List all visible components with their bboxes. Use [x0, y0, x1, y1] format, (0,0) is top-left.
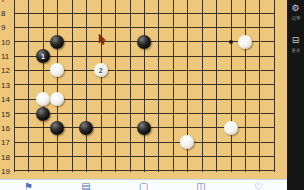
black-stone-6-16	[79, 121, 93, 135]
sidebar-item-more[interactable]: ⊟更多	[291, 35, 301, 53]
white-stone-16-16	[224, 121, 238, 135]
row-label-8: 8	[1, 9, 5, 18]
black-stone-10-10	[137, 35, 151, 49]
white-stone-7-12: 2	[94, 63, 108, 77]
row-label-17: 17	[1, 138, 10, 147]
row-label-14: 14	[1, 95, 10, 104]
row-label-16: 16	[1, 123, 10, 132]
row-label-12: 12	[1, 66, 10, 75]
go-app-screen: 7891011121314151617181912 ⚑▤▢◫♡ ⚙设置⊟更多	[0, 0, 304, 190]
more-icon: ⊟	[292, 35, 300, 45]
record-icon[interactable]: ▤	[81, 181, 90, 190]
black-stone-3-15	[36, 107, 50, 121]
row-label-19: 19	[1, 166, 10, 175]
black-stone-3-11: 1	[36, 49, 50, 63]
white-stone-4-14	[50, 92, 64, 106]
board-icon[interactable]: ▢	[139, 181, 148, 190]
sidebar-item-label: 设置	[291, 15, 300, 20]
row-label-7: 7	[1, 0, 5, 3]
black-stone-10-16	[137, 121, 151, 135]
white-stone-3-14	[36, 92, 50, 106]
go-board[interactable]: 7891011121314151617181912	[0, 0, 304, 190]
gear-icon: ⚙	[291, 3, 299, 13]
right-sidebar: ⚙设置⊟更多	[287, 0, 304, 190]
row-label-10: 10	[1, 37, 10, 46]
sidebar-item-label: 更多	[291, 47, 300, 52]
share-icon[interactable]: ⚑	[24, 181, 33, 190]
move-number-label: 1	[41, 53, 45, 60]
white-stone-13-17	[180, 135, 194, 149]
row-label-13: 13	[1, 80, 10, 89]
sidebar-item-settings[interactable]: ⚙设置	[291, 3, 301, 21]
bottom-toolbar: ⚑▤▢◫♡	[0, 179, 287, 190]
black-stone-4-10	[50, 35, 64, 49]
black-stone-4-16	[50, 121, 64, 135]
like-icon[interactable]: ♡	[254, 181, 263, 190]
row-label-15: 15	[1, 109, 10, 118]
white-stone-4-12	[50, 63, 64, 77]
comment-icon[interactable]: ◫	[196, 181, 205, 190]
white-stone-17-10	[238, 35, 252, 49]
move-number-label: 2	[99, 67, 103, 74]
row-label-18: 18	[1, 152, 10, 161]
mouse-cursor	[98, 34, 107, 46]
star-point	[229, 40, 233, 44]
board-grid	[14, 0, 275, 172]
row-label-9: 9	[1, 23, 5, 32]
row-label-11: 11	[1, 52, 9, 61]
